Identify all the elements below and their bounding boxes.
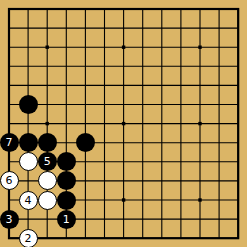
- black-stone: [19, 133, 38, 152]
- star-point: [198, 122, 201, 125]
- black-stone-move-7: 7: [0, 133, 19, 152]
- white-stone-move-4: 4: [19, 191, 38, 210]
- star-point: [198, 198, 201, 201]
- white-stone: [38, 171, 57, 190]
- board-grid: [0, 0, 247, 247]
- star-point: [46, 46, 49, 49]
- star-point: [122, 122, 125, 125]
- star-point: [198, 46, 201, 49]
- black-stone-move-5: 5: [38, 152, 57, 171]
- black-stone: [57, 191, 76, 210]
- black-stone: [76, 133, 95, 152]
- black-stone-move-3: 3: [0, 210, 19, 229]
- white-stone-move-2: 2: [19, 229, 38, 247]
- black-stone-move-1: 1: [57, 210, 76, 229]
- star-point: [122, 198, 125, 201]
- white-stone: [19, 152, 38, 171]
- star-point: [122, 46, 125, 49]
- star-point: [46, 122, 49, 125]
- white-stone: [38, 191, 57, 210]
- go-board: 7564312: [0, 0, 247, 247]
- black-stone: [19, 95, 38, 114]
- black-stone: [38, 133, 57, 152]
- black-stone: [57, 152, 76, 171]
- white-stone-move-6: 6: [0, 171, 19, 190]
